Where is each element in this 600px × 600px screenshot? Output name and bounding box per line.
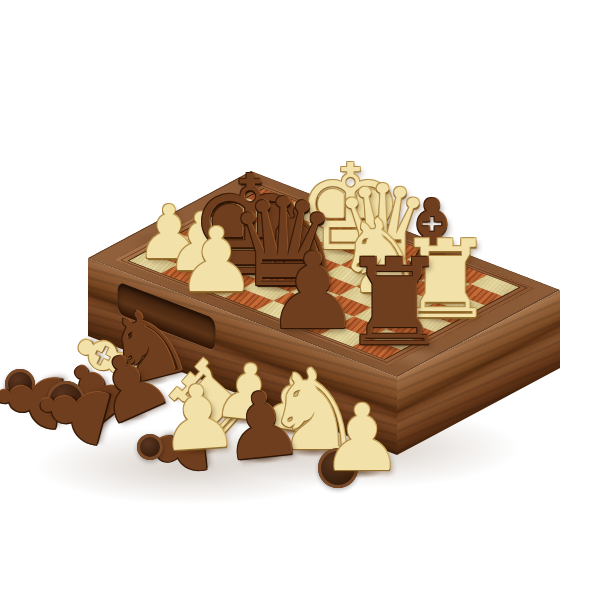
pieces-layer: ♟♟♟♚♛♞♟♚♛♞♜♜♝♟♟♝♟♞♟♟♜♟♟♟♟♞♟ bbox=[0, 0, 600, 600]
fallen-white-pawn: ♟ bbox=[321, 393, 403, 485]
fallen-black-pawn: ♟ bbox=[217, 377, 307, 475]
white-pawn-c1: ♟ bbox=[176, 217, 256, 306]
chess-set-photo: ♟♟♟♚♛♞♟♚♛♞♜♜♝♟♟♝♟♞♟♟♜♟♟♟♟♞♟ bbox=[0, 0, 600, 600]
